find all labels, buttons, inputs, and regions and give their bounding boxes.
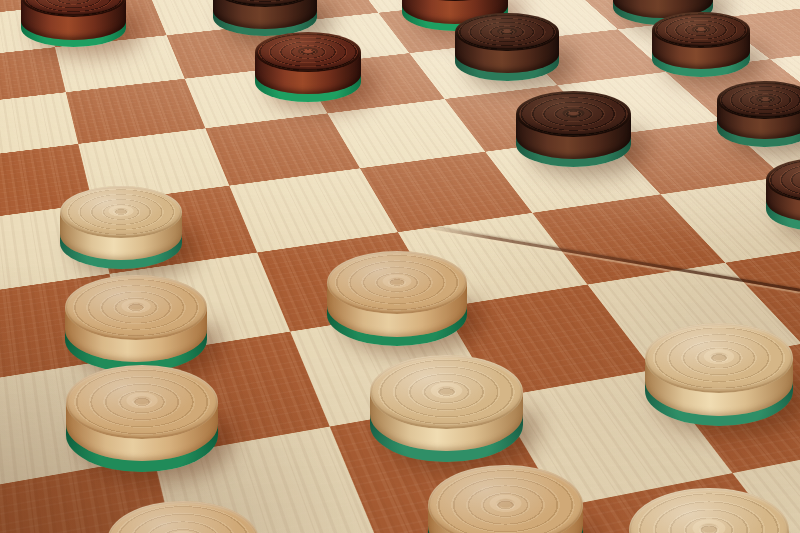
piece-top-face: [327, 251, 467, 314]
checker-piece-dark[interactable]: [717, 81, 800, 147]
piece-top-face: [428, 465, 583, 533]
piece-top-face: [645, 323, 793, 393]
checker-piece-dark[interactable]: [255, 32, 361, 102]
checker-piece-light[interactable]: [645, 323, 793, 426]
board-photo: [0, 0, 800, 533]
checker-piece-light[interactable]: [370, 355, 523, 462]
checker-piece-dark[interactable]: [455, 13, 559, 81]
piece-top-face: [652, 12, 750, 48]
piece-top-face: [66, 365, 218, 439]
piece-top-face: [629, 488, 789, 533]
piece-top-face: [370, 355, 523, 429]
checker-piece-light[interactable]: [327, 251, 467, 347]
checker-piece-light[interactable]: [66, 365, 218, 472]
checker-piece-dark[interactable]: [516, 91, 631, 167]
checker-piece-light[interactable]: [60, 186, 182, 269]
checker-piece-light[interactable]: [428, 465, 583, 533]
checker-piece-dark[interactable]: [21, 0, 126, 47]
piece-top-face: [516, 91, 631, 137]
piece-top-face: [455, 13, 559, 52]
checker-piece-light[interactable]: [65, 275, 207, 373]
piece-top-face: [107, 501, 259, 533]
checker-piece-light[interactable]: [629, 488, 789, 533]
piece-top-face: [60, 186, 182, 238]
checker-piece-dark[interactable]: [766, 158, 800, 231]
checker-piece-light[interactable]: [107, 501, 259, 533]
piece-top-face: [255, 32, 361, 72]
checker-piece-dark[interactable]: [652, 12, 750, 77]
piece-top-face: [65, 275, 207, 340]
checker-piece-dark[interactable]: [213, 0, 317, 36]
